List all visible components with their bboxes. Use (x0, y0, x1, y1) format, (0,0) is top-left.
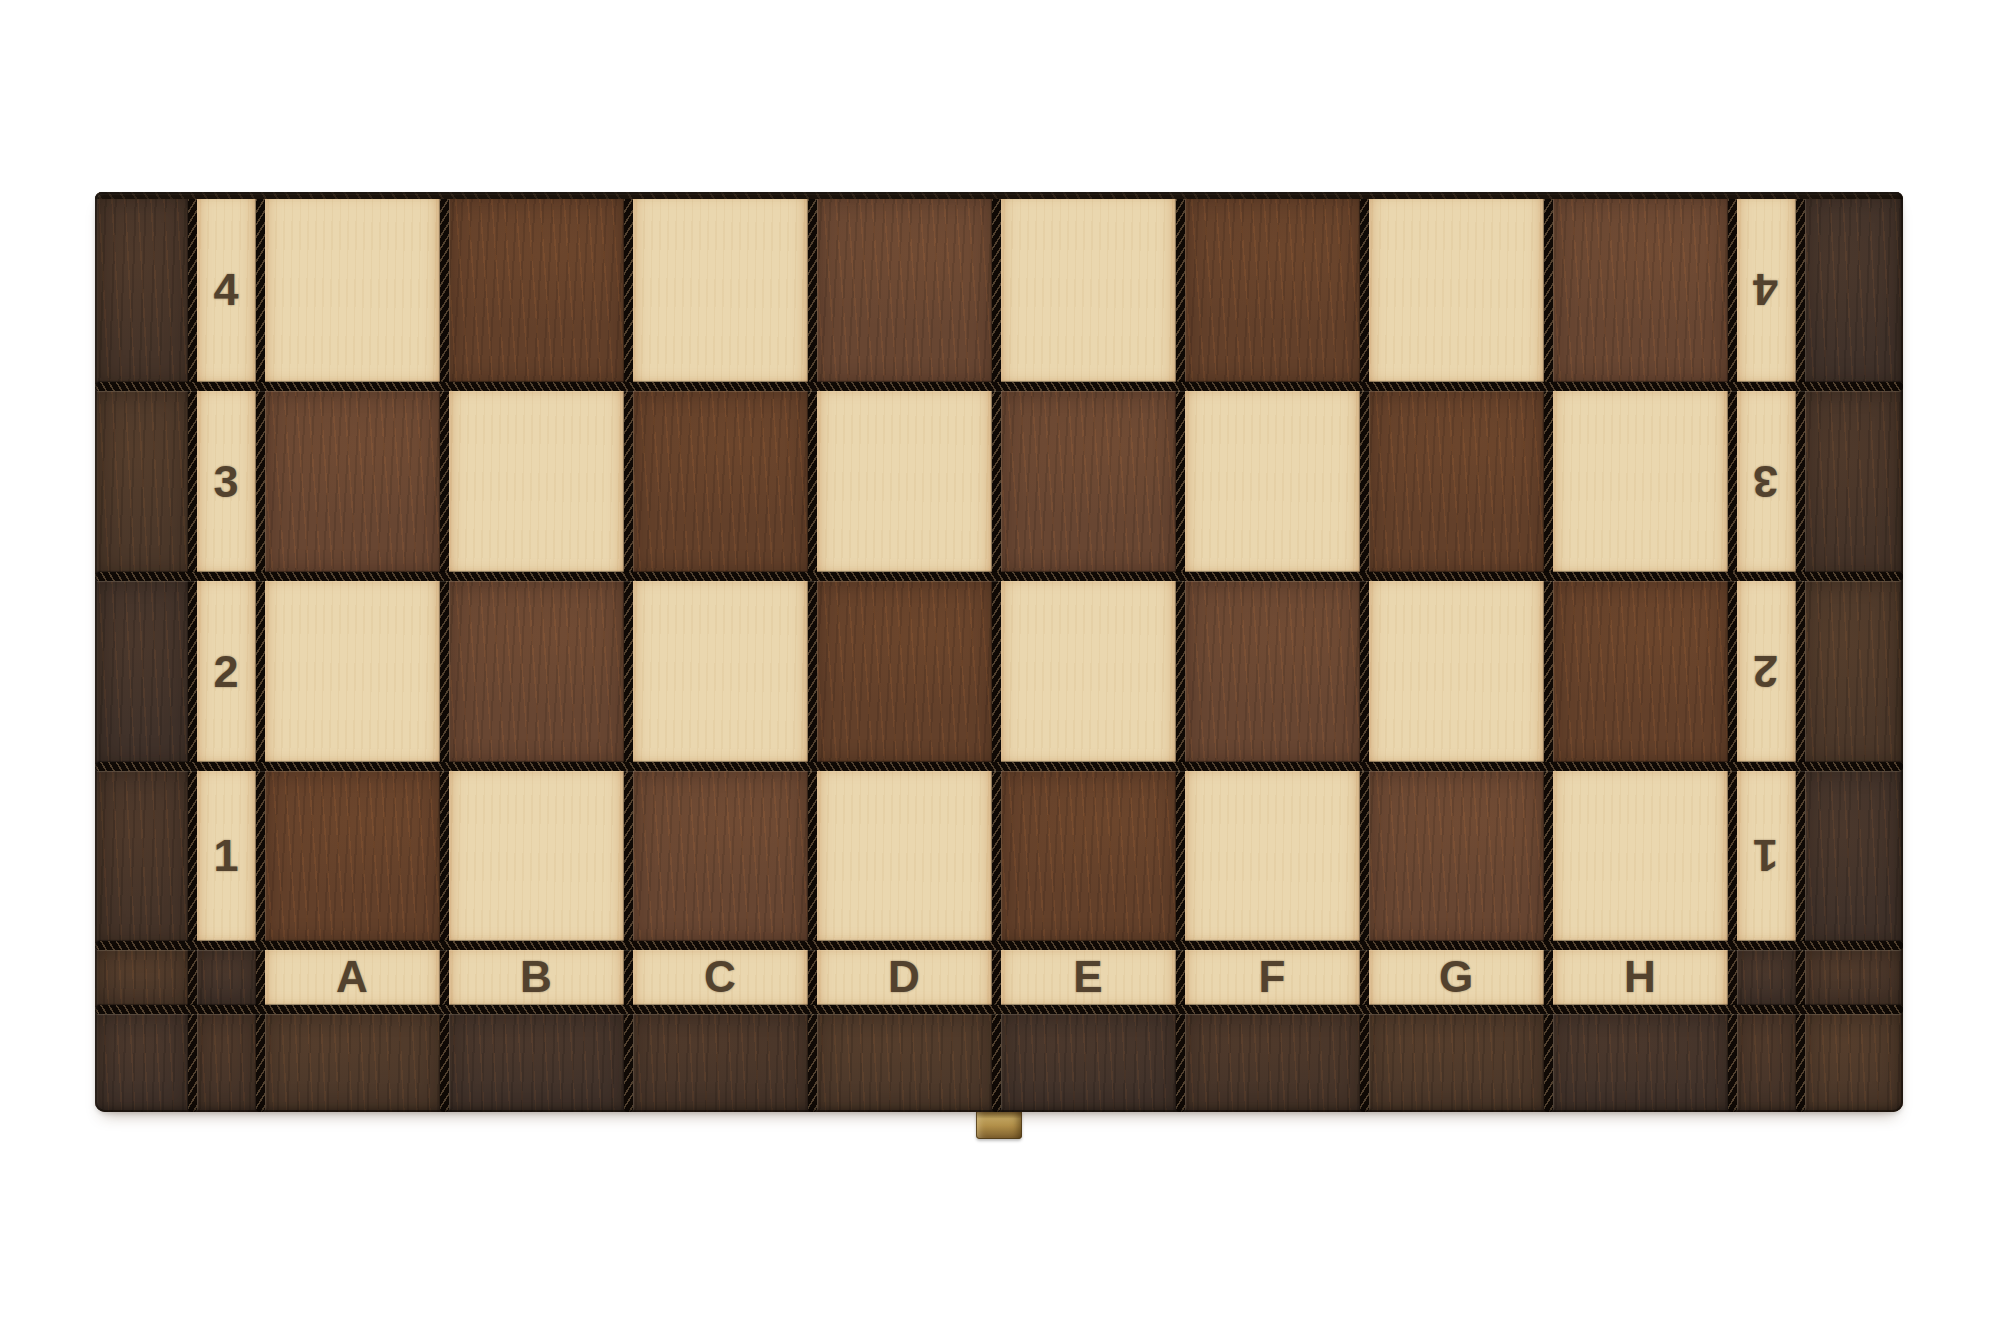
square-b3[interactable] (444, 386, 628, 576)
photo-background: 44332211ABCDEFGH (0, 0, 2000, 1333)
square-f3[interactable] (1180, 386, 1364, 576)
rank-label: 4 (213, 267, 238, 312)
file-label: E (1073, 955, 1102, 999)
rank-label: 4 (1753, 267, 1778, 312)
frame-cell (812, 1009, 996, 1112)
frame-cell (1548, 1009, 1732, 1112)
square-a1[interactable] (260, 766, 444, 945)
square-b1[interactable] (444, 766, 628, 945)
rank-label: 1 (1753, 833, 1778, 878)
file-label: B (520, 955, 552, 999)
square-d2[interactable] (812, 576, 996, 766)
file-label: A (336, 955, 368, 999)
square-h4[interactable] (1548, 192, 1732, 386)
rank-label-cell-left-1: 1 (192, 766, 260, 945)
frame-cell (95, 386, 192, 576)
frame-cell (192, 945, 260, 1009)
brass-clasp (976, 1110, 1022, 1139)
square-e3[interactable] (996, 386, 1180, 576)
frame-cell (1364, 1009, 1548, 1112)
frame-cell (1800, 766, 1903, 945)
square-f1[interactable] (1180, 766, 1364, 945)
frame-cell (95, 945, 192, 1009)
file-label-cell-c: C (628, 945, 812, 1009)
square-c4[interactable] (628, 192, 812, 386)
square-g3[interactable] (1364, 386, 1548, 576)
square-h2[interactable] (1548, 576, 1732, 766)
square-b2[interactable] (444, 576, 628, 766)
square-c3[interactable] (628, 386, 812, 576)
rank-label-cell-right-4: 4 (1732, 192, 1800, 386)
frame-cell (1800, 576, 1903, 766)
square-a4[interactable] (260, 192, 444, 386)
frame-cell (1732, 945, 1800, 1009)
frame-cell (192, 1009, 260, 1112)
file-label: D (888, 955, 920, 999)
square-e4[interactable] (996, 192, 1180, 386)
frame-cell (1800, 386, 1903, 576)
file-label-cell-g: G (1364, 945, 1548, 1009)
file-label: G (1439, 955, 1473, 999)
file-label-cell-d: D (812, 945, 996, 1009)
square-g1[interactable] (1364, 766, 1548, 945)
square-d3[interactable] (812, 386, 996, 576)
file-label-cell-e: E (996, 945, 1180, 1009)
rank-label: 2 (1753, 649, 1778, 694)
frame-cell (444, 1009, 628, 1112)
frame-cell (260, 1009, 444, 1112)
file-label-cell-h: H (1548, 945, 1732, 1009)
rank-label-cell-left-3: 3 (192, 386, 260, 576)
rank-label-cell-right-2: 2 (1732, 576, 1800, 766)
file-label: C (704, 955, 736, 999)
square-a3[interactable] (260, 386, 444, 576)
rank-label-cell-left-4: 4 (192, 192, 260, 386)
square-h3[interactable] (1548, 386, 1732, 576)
square-h1[interactable] (1548, 766, 1732, 945)
square-b4[interactable] (444, 192, 628, 386)
file-label-cell-b: B (444, 945, 628, 1009)
frame-cell (95, 766, 192, 945)
frame-cell (1800, 945, 1903, 1009)
square-g2[interactable] (1364, 576, 1548, 766)
file-label-cell-f: F (1180, 945, 1364, 1009)
square-g4[interactable] (1364, 192, 1548, 386)
square-e2[interactable] (996, 576, 1180, 766)
frame-cell (1800, 192, 1903, 386)
file-label: H (1624, 955, 1656, 999)
square-c1[interactable] (628, 766, 812, 945)
square-f4[interactable] (1180, 192, 1364, 386)
rank-label-cell-right-1: 1 (1732, 766, 1800, 945)
file-label: F (1259, 955, 1286, 999)
rank-label: 1 (213, 833, 238, 878)
square-f2[interactable] (1180, 576, 1364, 766)
frame-cell (1180, 1009, 1364, 1112)
rank-label-cell-right-3: 3 (1732, 386, 1800, 576)
rank-label-cell-left-2: 2 (192, 576, 260, 766)
square-e1[interactable] (996, 766, 1180, 945)
frame-cell (1732, 1009, 1800, 1112)
frame-cell (95, 1009, 192, 1112)
rank-label: 3 (213, 459, 238, 504)
frame-cell (996, 1009, 1180, 1112)
rank-label: 3 (1753, 459, 1778, 504)
frame-cell (95, 192, 192, 386)
file-label-cell-a: A (260, 945, 444, 1009)
frame-cell (628, 1009, 812, 1112)
chess-board: 44332211ABCDEFGH (95, 192, 1903, 1112)
square-c2[interactable] (628, 576, 812, 766)
frame-cell (1800, 1009, 1903, 1112)
square-d4[interactable] (812, 192, 996, 386)
square-d1[interactable] (812, 766, 996, 945)
frame-cell (95, 576, 192, 766)
rank-label: 2 (213, 649, 238, 694)
square-a2[interactable] (260, 576, 444, 766)
